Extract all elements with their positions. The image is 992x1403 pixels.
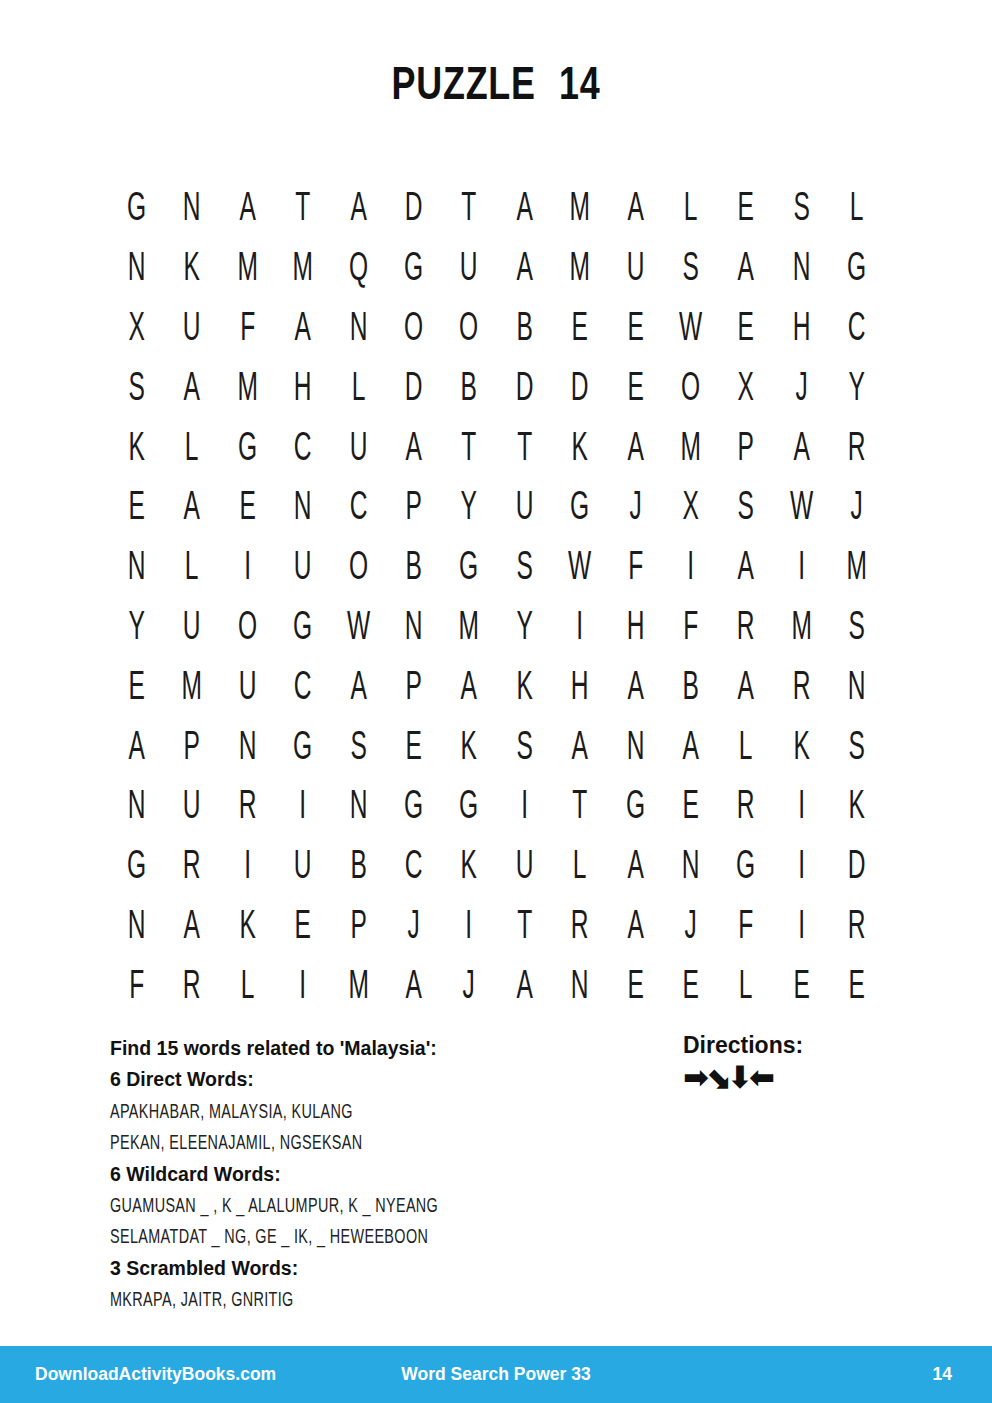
grid-cell[interactable]: N <box>785 237 818 297</box>
grid-cell[interactable]: A <box>619 416 652 476</box>
grid-cell[interactable]: U <box>175 596 208 656</box>
grid-cell[interactable]: G <box>286 715 319 775</box>
grid-cell[interactable]: Y <box>508 596 541 656</box>
grid-cell[interactable]: E <box>729 177 762 237</box>
grid-cell[interactable]: D <box>397 177 430 237</box>
grid-cell[interactable]: B <box>397 536 430 596</box>
grid-cell[interactable]: D <box>840 835 873 895</box>
grid-cell[interactable]: A <box>452 655 485 715</box>
grid-cell[interactable]: A <box>397 954 430 1014</box>
grid-cell[interactable]: I <box>231 835 264 895</box>
grid-cell[interactable]: T <box>508 895 541 955</box>
grid-cell[interactable]: N <box>120 775 153 835</box>
grid-cell[interactable]: G <box>397 775 430 835</box>
grid-cell[interactable]: A <box>508 954 541 1014</box>
grid-cell[interactable]: N <box>563 954 596 1014</box>
directions-arrows: ➡⬊⬇⬅ <box>683 1062 803 1093</box>
grid-cell[interactable]: F <box>619 536 652 596</box>
grid-cell[interactable]: J <box>785 356 818 416</box>
grid-cell[interactable]: T <box>508 416 541 476</box>
grid-cell[interactable]: U <box>342 416 375 476</box>
direct-words-line-2: PEKAN, ELEENAJAMIL, NGSEKSAN <box>110 1127 528 1158</box>
grid-cell[interactable]: B <box>674 655 707 715</box>
grid-cell[interactable]: K <box>840 775 873 835</box>
grid-cell[interactable]: L <box>175 536 208 596</box>
arrow-right-icon: ➡ <box>683 1059 705 1095</box>
grid-cell[interactable]: X <box>674 476 707 536</box>
grid-cell[interactable]: M <box>286 237 319 297</box>
grid-cell[interactable]: L <box>231 954 264 1014</box>
grid-cell[interactable]: C <box>286 655 319 715</box>
grid-cell[interactable]: I <box>231 536 264 596</box>
grid-cell[interactable]: A <box>508 177 541 237</box>
arrow-left-icon: ⬅ <box>749 1059 771 1095</box>
grid-cell[interactable]: E <box>397 715 430 775</box>
grid-cell[interactable]: F <box>120 954 153 1014</box>
grid-cell[interactable]: G <box>840 237 873 297</box>
grid-cell[interactable]: A <box>397 416 430 476</box>
grid-cell[interactable]: K <box>452 835 485 895</box>
grid-cell[interactable]: J <box>619 476 652 536</box>
grid-cell[interactable]: Y <box>452 476 485 536</box>
grid-cell[interactable]: N <box>342 775 375 835</box>
grid-cell[interactable]: X <box>120 297 153 357</box>
grid-cell[interactable]: S <box>840 596 873 656</box>
grid-cell[interactable]: A <box>342 177 375 237</box>
grid-cell[interactable]: P <box>342 895 375 955</box>
grid-cell[interactable]: E <box>619 297 652 357</box>
grid-cell[interactable]: E <box>674 954 707 1014</box>
grid-cell[interactable]: R <box>175 954 208 1014</box>
grid-cell[interactable]: A <box>563 715 596 775</box>
grid-cell[interactable]: N <box>231 715 264 775</box>
grid-cell[interactable]: I <box>508 775 541 835</box>
grid-cell[interactable]: I <box>785 775 818 835</box>
grid-cell[interactable]: G <box>120 835 153 895</box>
grid-cell[interactable]: W <box>342 596 375 656</box>
grid-cell[interactable]: F <box>674 596 707 656</box>
grid-cell[interactable]: P <box>397 476 430 536</box>
grid-cell[interactable]: A <box>231 177 264 237</box>
grid-cell[interactable]: O <box>342 536 375 596</box>
grid-cell[interactable]: M <box>785 596 818 656</box>
grid-cell[interactable]: I <box>785 835 818 895</box>
grid-cell[interactable]: K <box>120 416 153 476</box>
grid-cell[interactable]: L <box>674 177 707 237</box>
wildcard-words-line-1: GUAMUSAN _ , K _ ALALUMPUR, K _ NYEANG <box>110 1190 528 1221</box>
grid-cell[interactable]: A <box>175 895 208 955</box>
grid-cell[interactable]: Q <box>342 237 375 297</box>
grid-cell[interactable]: M <box>840 536 873 596</box>
grid-cell[interactable]: U <box>231 655 264 715</box>
grid-cell[interactable]: A <box>619 835 652 895</box>
grid-cell[interactable]: H <box>286 356 319 416</box>
grid-cell[interactable]: T <box>286 177 319 237</box>
grid-cell[interactable]: O <box>397 297 430 357</box>
grid-cell[interactable]: A <box>785 416 818 476</box>
grid-cell[interactable]: C <box>840 297 873 357</box>
grid-cell[interactable]: S <box>674 237 707 297</box>
arrow-down-right-icon: ⬊ <box>705 1059 727 1095</box>
grid-cell[interactable]: U <box>175 775 208 835</box>
grid-cell[interactable]: E <box>286 895 319 955</box>
grid-cell[interactable]: R <box>840 895 873 955</box>
grid-cell[interactable]: S <box>120 356 153 416</box>
grid-cell[interactable]: L <box>342 356 375 416</box>
grid-cell[interactable]: E <box>729 297 762 357</box>
grid-cell[interactable]: G <box>619 775 652 835</box>
grid-cell[interactable]: C <box>397 835 430 895</box>
grid-cell[interactable]: G <box>120 177 153 237</box>
grid-cell[interactable]: U <box>508 835 541 895</box>
grid-cell[interactable]: N <box>286 476 319 536</box>
grid-cell[interactable]: K <box>231 895 264 955</box>
grid-cell[interactable]: W <box>674 297 707 357</box>
grid-cell[interactable]: G <box>397 237 430 297</box>
grid-cell[interactable]: M <box>175 655 208 715</box>
grid-cell[interactable]: M <box>231 356 264 416</box>
grid-cell[interactable]: U <box>175 297 208 357</box>
grid-cell[interactable]: M <box>563 237 596 297</box>
grid-cell[interactable]: I <box>563 596 596 656</box>
grid-cell[interactable]: A <box>729 536 762 596</box>
grid-cell[interactable]: E <box>563 297 596 357</box>
grid-cell[interactable]: K <box>508 655 541 715</box>
grid-cell[interactable]: A <box>175 356 208 416</box>
grid-cell[interactable]: D <box>397 356 430 416</box>
grid-cell[interactable]: B <box>452 356 485 416</box>
directions-panel: Directions: ➡⬊⬇⬅ <box>683 1033 803 1093</box>
grid-cell[interactable]: I <box>286 954 319 1014</box>
grid-cell[interactable]: A <box>286 297 319 357</box>
grid-cell[interactable]: K <box>785 715 818 775</box>
grid-cell[interactable]: R <box>563 895 596 955</box>
grid-cell[interactable]: T <box>452 177 485 237</box>
grid-cell[interactable]: X <box>729 356 762 416</box>
grid-cell[interactable]: N <box>120 895 153 955</box>
grid-cell[interactable]: T <box>563 775 596 835</box>
grid-cell[interactable]: H <box>619 596 652 656</box>
grid-cell[interactable]: U <box>452 237 485 297</box>
directions-heading: Directions: <box>683 1033 803 1058</box>
grid-cell[interactable]: J <box>674 895 707 955</box>
grid-cell[interactable]: G <box>286 596 319 656</box>
grid-cell[interactable]: N <box>840 655 873 715</box>
grid-cell[interactable]: A <box>674 715 707 775</box>
grid-cell[interactable]: K <box>175 237 208 297</box>
grid-cell[interactable]: A <box>508 237 541 297</box>
grid-cell[interactable]: L <box>840 177 873 237</box>
direct-words-line-1: APAKHABAR, MALAYSIA, KULANG <box>110 1096 528 1127</box>
wildcard-words-line-2: SELAMATDAT _ NG, GE _ IK, _ HEWEEBOON <box>110 1221 528 1252</box>
grid-cell[interactable]: L <box>729 715 762 775</box>
grid-cell[interactable]: G <box>452 536 485 596</box>
grid-cell[interactable]: J <box>840 476 873 536</box>
grid-cell[interactable]: G <box>231 416 264 476</box>
grid-cell[interactable]: P <box>729 416 762 476</box>
grid-cell[interactable]: D <box>508 356 541 416</box>
grid-cell[interactable]: K <box>452 715 485 775</box>
grid-cell[interactable]: L <box>729 954 762 1014</box>
grid-cell[interactable]: R <box>785 655 818 715</box>
grid-cell[interactable]: T <box>452 416 485 476</box>
grid-cell[interactable]: N <box>342 297 375 357</box>
page-title: PUZZLE 14 <box>109 56 883 110</box>
grid-cell[interactable]: S <box>840 715 873 775</box>
grid-cell[interactable]: U <box>508 476 541 536</box>
grid-cell[interactable]: N <box>674 835 707 895</box>
grid-cell[interactable]: M <box>452 596 485 656</box>
grid-cell[interactable]: H <box>785 297 818 357</box>
grid-cell[interactable]: I <box>674 536 707 596</box>
grid-cell[interactable]: M <box>674 416 707 476</box>
word-list: Find 15 words related to 'Malaysia': 6 D… <box>110 1033 690 1316</box>
grid-cell[interactable]: E <box>619 954 652 1014</box>
grid-cell[interactable]: L <box>175 416 208 476</box>
grid-cell[interactable]: O <box>674 356 707 416</box>
grid-cell[interactable]: N <box>120 237 153 297</box>
grid-cell[interactable]: A <box>619 655 652 715</box>
grid-cell[interactable]: B <box>342 835 375 895</box>
grid-cell[interactable]: A <box>619 895 652 955</box>
grid-cell[interactable]: F <box>231 297 264 357</box>
footer-book-title: Word Search Power 33 <box>0 1364 992 1385</box>
grid-cell[interactable]: P <box>175 715 208 775</box>
find-heading: Find 15 words related to 'Malaysia': <box>110 1033 690 1064</box>
grid-cell[interactable]: S <box>785 177 818 237</box>
grid-cell[interactable]: U <box>286 835 319 895</box>
grid-cell[interactable]: O <box>231 596 264 656</box>
grid-cell[interactable]: H <box>563 655 596 715</box>
grid-cell[interactable]: N <box>175 177 208 237</box>
grid-cell[interactable]: G <box>563 476 596 536</box>
grid-cell[interactable]: E <box>231 476 264 536</box>
grid-cell[interactable]: S <box>342 715 375 775</box>
grid-cell[interactable]: C <box>342 476 375 536</box>
scrambled-words-heading: 3 Scrambled Words: <box>110 1253 690 1284</box>
arrow-down-icon: ⬇ <box>727 1059 749 1095</box>
grid-cell[interactable]: N <box>397 596 430 656</box>
grid-cell[interactable]: M <box>231 237 264 297</box>
grid-cell[interactable]: S <box>729 476 762 536</box>
grid-cell[interactable]: N <box>619 715 652 775</box>
grid-cell[interactable]: R <box>231 775 264 835</box>
grid-cell[interactable]: S <box>508 715 541 775</box>
grid-cell[interactable]: A <box>342 655 375 715</box>
grid-cell[interactable]: S <box>508 536 541 596</box>
grid-cell[interactable]: E <box>120 476 153 536</box>
grid-cell[interactable]: U <box>619 237 652 297</box>
grid-cell[interactable]: G <box>452 775 485 835</box>
grid-cell[interactable]: W <box>785 476 818 536</box>
grid-cell[interactable]: M <box>342 954 375 1014</box>
grid-cell[interactable]: A <box>175 476 208 536</box>
grid-cell[interactable]: I <box>785 895 818 955</box>
grid-cell[interactable]: E <box>674 775 707 835</box>
grid-cell[interactable]: A <box>619 177 652 237</box>
grid-cell[interactable]: M <box>563 177 596 237</box>
grid-cell[interactable]: R <box>729 775 762 835</box>
grid-cell[interactable]: L <box>563 835 596 895</box>
grid-cell[interactable]: J <box>452 954 485 1014</box>
grid-cell[interactable]: F <box>729 895 762 955</box>
grid-cell[interactable]: K <box>563 416 596 476</box>
word-search-grid: GNATADTAMALESLNKMMQGUAMUSANGXUFANOOBEEWE… <box>109 177 884 1014</box>
grid-cell[interactable]: R <box>729 596 762 656</box>
grid-cell[interactable]: I <box>785 536 818 596</box>
scrambled-words-line-1: MKRAPA, JAITR, GNRITIG <box>110 1284 528 1315</box>
grid-cell[interactable]: A <box>120 715 153 775</box>
grid-cell[interactable]: O <box>452 297 485 357</box>
direct-words-heading: 6 Direct Words: <box>110 1064 690 1095</box>
grid-cell[interactable]: C <box>286 416 319 476</box>
grid-cell[interactable]: A <box>729 237 762 297</box>
grid-cell[interactable]: I <box>286 775 319 835</box>
grid-cell[interactable]: Y <box>840 356 873 416</box>
grid-cell[interactable]: I <box>452 895 485 955</box>
grid-cell[interactable]: N <box>120 536 153 596</box>
grid-cell[interactable]: E <box>840 954 873 1014</box>
grid-cell[interactable]: D <box>563 356 596 416</box>
grid-cell[interactable]: W <box>563 536 596 596</box>
grid-cell[interactable]: P <box>397 655 430 715</box>
footer-bar: Word Search Power 33 DownloadActivityBoo… <box>0 1346 992 1403</box>
grid-cell[interactable]: U <box>286 536 319 596</box>
grid-cell[interactable]: E <box>120 655 153 715</box>
wildcard-words-heading: 6 Wildcard Words: <box>110 1159 690 1190</box>
grid-cell[interactable]: G <box>729 835 762 895</box>
grid-cell[interactable]: R <box>840 416 873 476</box>
grid-cell[interactable]: R <box>175 835 208 895</box>
grid-cell[interactable]: A <box>729 655 762 715</box>
grid-cell[interactable]: E <box>785 954 818 1014</box>
grid-cell[interactable]: B <box>508 297 541 357</box>
grid-cell[interactable]: J <box>397 895 430 955</box>
grid-cell[interactable]: E <box>619 356 652 416</box>
grid-cell[interactable]: Y <box>120 596 153 656</box>
